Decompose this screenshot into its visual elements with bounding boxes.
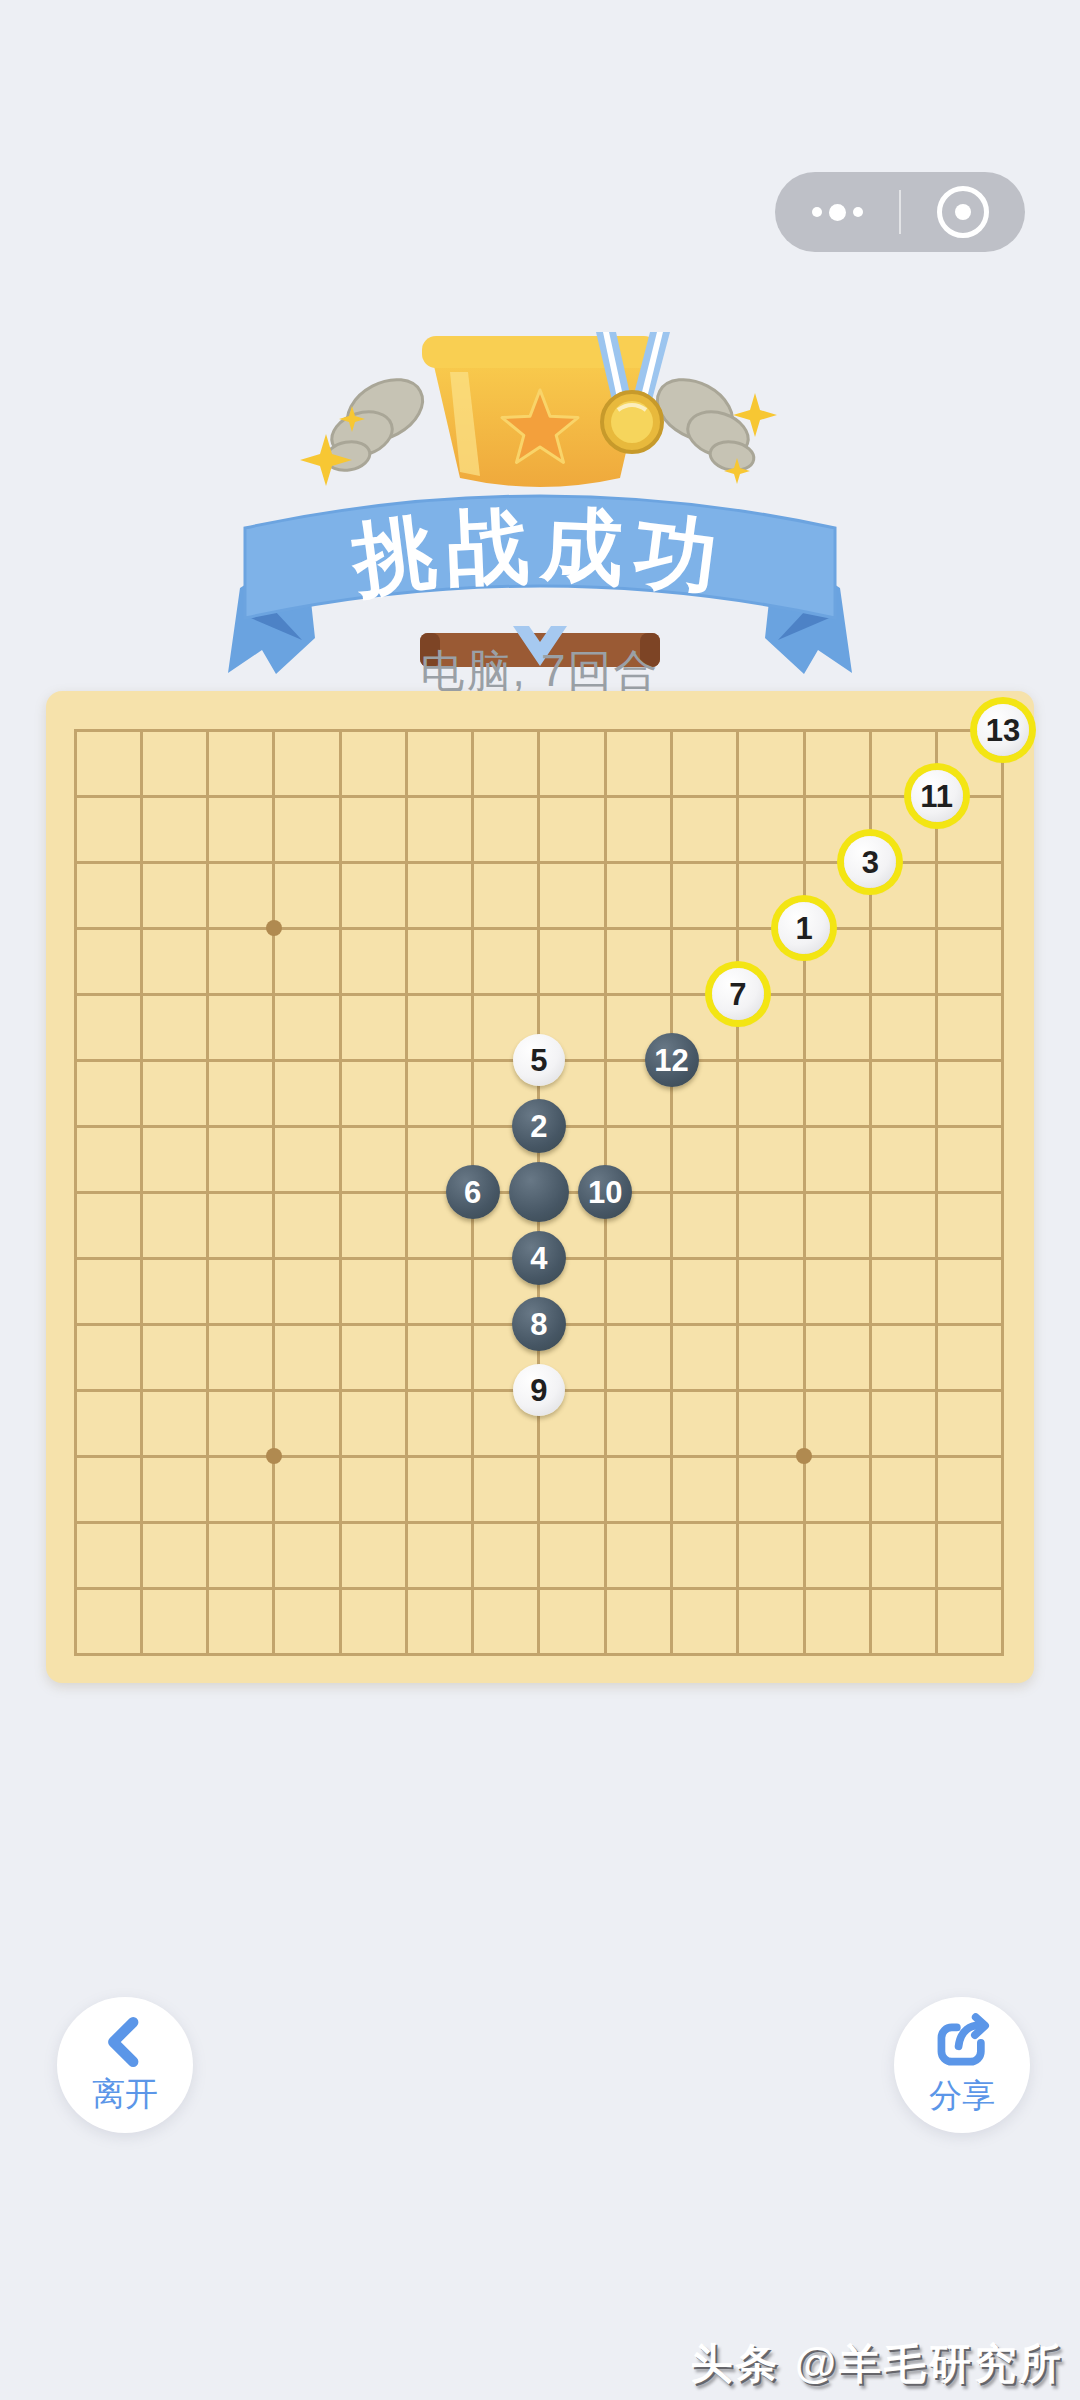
stone-5: 5 xyxy=(513,1034,565,1086)
stone-10: 10 xyxy=(578,1165,632,1219)
exit-circle-button[interactable] xyxy=(901,172,1025,252)
stone-12: 12 xyxy=(645,1033,699,1087)
chevron-left-icon xyxy=(97,2014,153,2070)
wechat-capsule xyxy=(775,172,1025,252)
star-point xyxy=(266,920,282,936)
share-button[interactable]: 分享 xyxy=(894,1997,1030,2133)
share-icon xyxy=(931,2012,993,2072)
grid-line-h xyxy=(74,1521,1005,1524)
stone-6: 6 xyxy=(446,1165,500,1219)
leave-button[interactable]: 离开 xyxy=(57,1997,193,2133)
grid-line-v xyxy=(1001,729,1004,1656)
banner-band xyxy=(245,496,835,618)
star-point xyxy=(796,1448,812,1464)
stone-4: 4 xyxy=(512,1231,566,1285)
grid-line-h xyxy=(74,1455,1005,1458)
grid-line-v xyxy=(935,729,938,1656)
leave-button-label: 离开 xyxy=(92,2072,158,2117)
stone-3: 3 xyxy=(844,836,896,888)
more-dots-icon xyxy=(829,204,846,221)
stone-center xyxy=(509,1162,569,1222)
gomoku-board: 12345678910111213 xyxy=(46,691,1034,1683)
record-icon-dot xyxy=(955,204,971,220)
grid-line-v xyxy=(670,729,673,1656)
stone-2: 2 xyxy=(512,1099,566,1153)
grid-line-v xyxy=(803,729,806,1656)
stone-13: 13 xyxy=(977,704,1029,756)
grid-line-h xyxy=(74,1653,1005,1656)
grid-line-v xyxy=(736,729,739,1656)
stone-9: 9 xyxy=(513,1364,565,1416)
share-button-label: 分享 xyxy=(929,2074,995,2119)
grid-line-h xyxy=(74,1587,1005,1590)
more-dots-icon xyxy=(812,207,822,217)
screen: 挑战成功 电脑, 7回合 12345678910111213 离开 分享 头条 … xyxy=(0,0,1080,2400)
watermark: 头条 @羊毛研究所 xyxy=(690,2336,1064,2392)
stone-8: 8 xyxy=(512,1297,566,1351)
stone-11: 11 xyxy=(911,770,963,822)
stone-1: 1 xyxy=(778,902,830,954)
star-point xyxy=(266,1448,282,1464)
stone-7: 7 xyxy=(712,968,764,1020)
record-icon xyxy=(937,186,989,238)
more-options-button[interactable] xyxy=(775,172,899,252)
more-dots-icon xyxy=(853,207,863,217)
